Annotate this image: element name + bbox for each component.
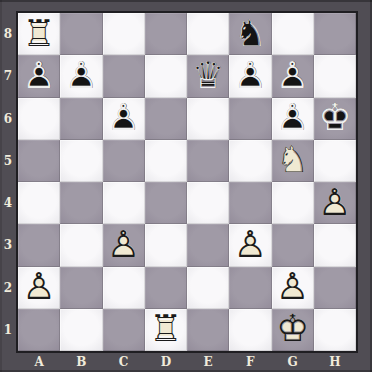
square-f1[interactable] (229, 309, 271, 351)
square-e4[interactable] (187, 182, 229, 224)
white-pawn-g2[interactable]: ♟♙ (272, 267, 314, 309)
square-h5[interactable] (314, 140, 356, 182)
piece-glyph-outline: ♙ (18, 266, 60, 308)
piece-glyph-outline: ♘ (272, 139, 314, 181)
square-g5[interactable]: ♞♘ (272, 140, 314, 182)
white-king-g1[interactable]: ♚♔ (272, 309, 314, 351)
square-a6[interactable] (18, 98, 60, 140)
square-a1[interactable] (18, 309, 60, 351)
square-c2[interactable] (103, 267, 145, 309)
piece-glyph-outline: ♙ (60, 54, 102, 96)
square-g7[interactable]: ♟♙ (272, 55, 314, 97)
piece-glyph-outline: ♕ (187, 54, 229, 96)
square-g3[interactable] (272, 224, 314, 266)
square-h4[interactable]: ♟♙ (314, 182, 356, 224)
square-h3[interactable] (314, 224, 356, 266)
piece-glyph-outline: ♙ (229, 223, 271, 265)
square-c6[interactable]: ♟♙ (103, 98, 145, 140)
square-d1[interactable]: ♜♖ (145, 309, 187, 351)
piece-glyph-outline: ♙ (103, 223, 145, 265)
square-d6[interactable] (145, 98, 187, 140)
square-d5[interactable] (145, 140, 187, 182)
square-h6[interactable]: ♚♔ (314, 98, 356, 140)
file-label-h: H (314, 352, 356, 371)
square-g2[interactable]: ♟♙ (272, 267, 314, 309)
file-label-a: A (18, 352, 60, 371)
square-h8[interactable] (314, 13, 356, 55)
square-e7[interactable]: ♛♕ (187, 55, 229, 97)
square-b3[interactable] (60, 224, 102, 266)
square-g4[interactable] (272, 182, 314, 224)
square-f2[interactable] (229, 267, 271, 309)
piece-glyph-outline: ♙ (314, 181, 356, 223)
square-g1[interactable]: ♚♔ (272, 309, 314, 351)
piece-glyph-outline: ♙ (103, 97, 145, 139)
file-label-c: C (103, 352, 145, 371)
square-d8[interactable] (145, 13, 187, 55)
square-f5[interactable] (229, 140, 271, 182)
square-b5[interactable] (60, 140, 102, 182)
file-label-d: D (145, 352, 187, 371)
rank-label-8: 8 (0, 13, 16, 55)
square-d4[interactable] (145, 182, 187, 224)
piece-glyph-outline: ♙ (229, 54, 271, 96)
piece-glyph-outline: ♙ (272, 54, 314, 96)
rank-label-4: 4 (0, 182, 16, 224)
rank-label-7: 7 (0, 55, 16, 97)
square-b8[interactable] (60, 13, 102, 55)
white-knight-g5[interactable]: ♞♘ (272, 140, 314, 182)
square-f7[interactable]: ♟♙ (229, 55, 271, 97)
square-g6[interactable]: ♟♙ (272, 98, 314, 140)
square-a8[interactable]: ♜♖ (18, 13, 60, 55)
white-pawn-c3[interactable]: ♟♙ (103, 224, 145, 266)
piece-glyph-outline: ♙ (272, 97, 314, 139)
white-pawn-f3[interactable]: ♟♙ (229, 224, 271, 266)
black-king-h6[interactable]: ♚♔ (314, 98, 356, 140)
square-c8[interactable] (103, 13, 145, 55)
piece-glyph-outline: ♖ (18, 12, 60, 54)
square-e8[interactable] (187, 13, 229, 55)
square-h2[interactable] (314, 267, 356, 309)
piece-glyph-outline: ♘ (229, 12, 271, 54)
square-c3[interactable]: ♟♙ (103, 224, 145, 266)
black-pawn-a7[interactable]: ♟♙ (18, 55, 60, 97)
square-e5[interactable] (187, 140, 229, 182)
black-pawn-g6[interactable]: ♟♙ (272, 98, 314, 140)
rank-label-5: 5 (0, 140, 16, 182)
square-e2[interactable] (187, 267, 229, 309)
square-a5[interactable] (18, 140, 60, 182)
piece-glyph-outline: ♙ (18, 54, 60, 96)
square-f3[interactable]: ♟♙ (229, 224, 271, 266)
square-g8[interactable] (272, 13, 314, 55)
square-f6[interactable] (229, 98, 271, 140)
square-f4[interactable] (229, 182, 271, 224)
square-h1[interactable] (314, 309, 356, 351)
square-e1[interactable] (187, 309, 229, 351)
rank-label-1: 1 (0, 309, 16, 351)
black-pawn-g7[interactable]: ♟♙ (272, 55, 314, 97)
square-a3[interactable] (18, 224, 60, 266)
square-b6[interactable] (60, 98, 102, 140)
file-label-b: B (60, 352, 102, 371)
black-pawn-b7[interactable]: ♟♙ (60, 55, 102, 97)
black-pawn-f7[interactable]: ♟♙ (229, 55, 271, 97)
square-e3[interactable] (187, 224, 229, 266)
square-b2[interactable] (60, 267, 102, 309)
chess-board: ♜♖♞♘♟♙♟♙♛♕♟♙♟♙♟♙♟♙♚♔♞♘♟♙♟♙♟♙♟♙♟♙♜♖♚♔ (16, 11, 358, 353)
piece-glyph-outline: ♙ (272, 266, 314, 308)
square-c4[interactable] (103, 182, 145, 224)
file-label-g: G (272, 352, 314, 371)
square-a2[interactable]: ♟♙ (18, 267, 60, 309)
black-knight-f8[interactable]: ♞♘ (229, 13, 271, 55)
square-b4[interactable] (60, 182, 102, 224)
file-labels: ABCDEFGH (18, 352, 356, 371)
rank-label-6: 6 (0, 98, 16, 140)
rank-label-3: 3 (0, 224, 16, 266)
rank-label-2: 2 (0, 267, 16, 309)
square-f8[interactable]: ♞♘ (229, 13, 271, 55)
black-queen-e7[interactable]: ♛♕ (187, 55, 229, 97)
square-e6[interactable] (187, 98, 229, 140)
square-h7[interactable] (314, 55, 356, 97)
square-b1[interactable] (60, 309, 102, 351)
white-pawn-h4[interactable]: ♟♙ (314, 182, 356, 224)
file-label-f: F (229, 352, 271, 371)
square-d3[interactable] (145, 224, 187, 266)
piece-glyph-outline: ♔ (272, 308, 314, 350)
square-b7[interactable]: ♟♙ (60, 55, 102, 97)
square-d2[interactable] (145, 267, 187, 309)
black-pawn-c6[interactable]: ♟♙ (103, 98, 145, 140)
square-c1[interactable] (103, 309, 145, 351)
file-label-e: E (187, 352, 229, 371)
piece-glyph-outline: ♖ (145, 308, 187, 350)
chess-app-window: 87654321 ♜♖♞♘♟♙♟♙♛♕♟♙♟♙♟♙♟♙♚♔♞♘♟♙♟♙♟♙♟♙♟… (0, 0, 372, 372)
white-pawn-a2[interactable]: ♟♙ (18, 267, 60, 309)
square-c7[interactable] (103, 55, 145, 97)
square-c5[interactable] (103, 140, 145, 182)
white-rook-a8[interactable]: ♜♖ (18, 13, 60, 55)
rank-labels: 87654321 (0, 13, 16, 351)
piece-glyph-outline: ♔ (314, 97, 356, 139)
white-rook-d1[interactable]: ♜♖ (145, 309, 187, 351)
square-a4[interactable] (18, 182, 60, 224)
square-d7[interactable] (145, 55, 187, 97)
square-a7[interactable]: ♟♙ (18, 55, 60, 97)
